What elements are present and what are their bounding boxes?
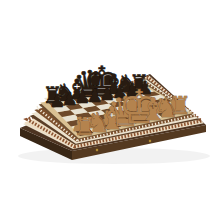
- piece-white-rook-h1: ♜: [169, 91, 191, 120]
- brass-hinge-2: [149, 140, 151, 142]
- brass-hinge-1: [96, 149, 98, 151]
- chess-board-photo-svg: ♜♞♝♛♚♝♞♜♟♟♟♟♟♟♟♟♟♟♟♟♟♟♟♟♜♞♝♛♚♝♞♜: [0, 0, 220, 200]
- chess-set-product-photo[interactable]: ♜♞♝♛♚♝♞♜♟♟♟♟♟♟♟♟♟♟♟♟♟♟♟♟♜♞♝♛♚♝♞♜: [0, 0, 220, 200]
